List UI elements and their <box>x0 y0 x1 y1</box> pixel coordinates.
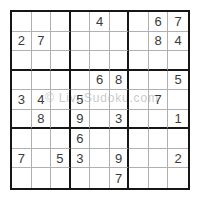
cell-r3c5[interactable] <box>90 51 110 71</box>
given-digit: 9 <box>115 152 122 165</box>
cell-r7c6[interactable] <box>110 129 130 149</box>
cell-r9c9[interactable] <box>168 168 188 188</box>
cell-r6c8[interactable] <box>149 110 169 130</box>
cell-r2c6[interactable] <box>110 32 130 52</box>
cell-r7c4[interactable]: 6 <box>71 129 91 149</box>
cell-r2c5[interactable] <box>90 32 110 52</box>
cell-r5c8[interactable]: 7 <box>149 90 169 110</box>
sudoku-page: 4672784685345789316753927 © LiveSudoku.c… <box>0 0 200 200</box>
cell-r4c6[interactable]: 8 <box>110 71 130 91</box>
cell-r1c5[interactable]: 4 <box>90 12 110 32</box>
cell-r6c2[interactable]: 8 <box>32 110 52 130</box>
cell-r1c3[interactable] <box>51 12 71 32</box>
cell-r8c2[interactable] <box>32 149 52 169</box>
sudoku-board: 4672784685345789316753927 <box>10 10 190 190</box>
cell-r9c6[interactable]: 7 <box>110 168 130 188</box>
cell-r6c1[interactable] <box>12 110 32 130</box>
cell-r8c9[interactable]: 2 <box>168 149 188 169</box>
given-digit: 5 <box>175 73 182 86</box>
cell-r5c9[interactable] <box>168 90 188 110</box>
given-digit: 9 <box>76 112 83 125</box>
cell-r3c8[interactable] <box>149 51 169 71</box>
cell-r3c2[interactable] <box>32 51 52 71</box>
cell-r9c1[interactable] <box>12 168 32 188</box>
cell-r2c1[interactable]: 2 <box>12 32 32 52</box>
cell-r4c2[interactable] <box>32 71 52 91</box>
cell-r4c3[interactable] <box>51 71 71 91</box>
cell-r5c6[interactable] <box>110 90 130 110</box>
cell-r8c7[interactable] <box>129 149 149 169</box>
cell-r7c5[interactable] <box>90 129 110 149</box>
cell-r7c3[interactable] <box>51 129 71 149</box>
given-digit: 2 <box>18 34 25 47</box>
given-digit: 7 <box>155 93 162 106</box>
cell-r8c5[interactable] <box>90 149 110 169</box>
given-digit: 7 <box>37 34 44 47</box>
cell-r6c9[interactable]: 1 <box>168 110 188 130</box>
cell-r7c7[interactable] <box>129 129 149 149</box>
cell-r5c1[interactable]: 3 <box>12 90 32 110</box>
cell-r8c8[interactable] <box>149 149 169 169</box>
given-digit: 3 <box>18 93 25 106</box>
cell-r7c1[interactable] <box>12 129 32 149</box>
cell-r8c3[interactable]: 5 <box>51 149 71 169</box>
given-digit: 3 <box>115 112 122 125</box>
given-digit: 4 <box>175 34 182 47</box>
cell-r9c4[interactable] <box>71 168 91 188</box>
cell-r1c9[interactable]: 7 <box>168 12 188 32</box>
given-digit: 4 <box>37 93 44 106</box>
given-digit: 6 <box>155 15 162 28</box>
cell-r3c6[interactable] <box>110 51 130 71</box>
cell-r1c1[interactable] <box>12 12 32 32</box>
given-digit: 4 <box>96 15 103 28</box>
cell-r7c9[interactable] <box>168 129 188 149</box>
cell-r4c7[interactable] <box>129 71 149 91</box>
cell-r6c4[interactable]: 9 <box>71 110 91 130</box>
given-digit: 2 <box>175 152 182 165</box>
cell-r1c6[interactable] <box>110 12 130 32</box>
cell-r1c4[interactable] <box>71 12 91 32</box>
cell-r2c7[interactable] <box>129 32 149 52</box>
cell-r5c3[interactable] <box>51 90 71 110</box>
cell-r2c3[interactable] <box>51 32 71 52</box>
given-digit: 6 <box>96 73 103 86</box>
cell-r2c8[interactable]: 8 <box>149 32 169 52</box>
cell-r9c8[interactable] <box>149 168 169 188</box>
given-digit: 7 <box>115 172 122 185</box>
cell-r3c7[interactable] <box>129 51 149 71</box>
given-digit: 6 <box>76 132 83 145</box>
cell-r3c4[interactable] <box>71 51 91 71</box>
given-digit: 1 <box>175 112 182 125</box>
cell-r5c2[interactable]: 4 <box>32 90 52 110</box>
cell-r4c1[interactable] <box>12 71 32 91</box>
given-digit: 7 <box>175 15 182 28</box>
cell-r8c6[interactable]: 9 <box>110 149 130 169</box>
cell-r3c3[interactable] <box>51 51 71 71</box>
cell-r3c9[interactable] <box>168 51 188 71</box>
cell-r1c7[interactable] <box>129 12 149 32</box>
cell-r9c5[interactable] <box>90 168 110 188</box>
cell-r6c3[interactable] <box>51 110 71 130</box>
cell-r1c2[interactable] <box>32 12 52 32</box>
cell-r8c4[interactable]: 3 <box>71 149 91 169</box>
given-digit: 5 <box>76 93 83 106</box>
cell-r9c3[interactable] <box>51 168 71 188</box>
cell-r4c4[interactable] <box>71 71 91 91</box>
cell-r6c6[interactable]: 3 <box>110 110 130 130</box>
cell-r2c2[interactable]: 7 <box>32 32 52 52</box>
cell-r5c5[interactable] <box>90 90 110 110</box>
cell-r6c7[interactable] <box>129 110 149 130</box>
cell-r5c4[interactable]: 5 <box>71 90 91 110</box>
cell-r5c7[interactable] <box>129 90 149 110</box>
given-digit: 3 <box>76 152 83 165</box>
cell-r9c2[interactable] <box>32 168 52 188</box>
cell-r8c1[interactable]: 7 <box>12 149 32 169</box>
cell-r6c5[interactable] <box>90 110 110 130</box>
given-digit: 8 <box>37 112 44 125</box>
cell-r1c8[interactable]: 6 <box>149 12 169 32</box>
cell-r2c9[interactable]: 4 <box>168 32 188 52</box>
cell-r4c5[interactable]: 6 <box>90 71 110 91</box>
cell-r4c9[interactable]: 5 <box>168 71 188 91</box>
given-digit: 8 <box>115 73 122 86</box>
cell-r4c8[interactable] <box>149 71 169 91</box>
cell-r9c7[interactable] <box>129 168 149 188</box>
given-digit: 8 <box>155 34 162 47</box>
cell-r2c4[interactable] <box>71 32 91 52</box>
cell-r7c8[interactable] <box>149 129 169 149</box>
given-digit: 5 <box>56 152 63 165</box>
cell-r3c1[interactable] <box>12 51 32 71</box>
cell-r7c2[interactable] <box>32 129 52 149</box>
given-digit: 7 <box>18 152 25 165</box>
